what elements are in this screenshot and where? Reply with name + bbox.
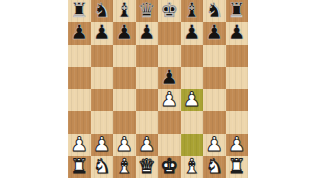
- square-c4[interactable]: [113, 89, 136, 111]
- piece-black-knight[interactable]: ♞: [93, 0, 111, 20]
- square-g3[interactable]: [203, 111, 226, 133]
- square-d4[interactable]: [136, 89, 159, 111]
- piece-white-pawn[interactable]: ♟: [183, 89, 201, 109]
- square-e7[interactable]: [158, 22, 181, 44]
- square-b5[interactable]: [91, 67, 114, 89]
- piece-black-pawn[interactable]: ♟: [160, 67, 178, 87]
- piece-white-pawn[interactable]: ♟: [160, 89, 178, 109]
- piece-white-knight[interactable]: ♞: [93, 156, 111, 176]
- piece-black-pawn[interactable]: ♟: [70, 22, 88, 42]
- square-a5[interactable]: [68, 67, 91, 89]
- square-e2[interactable]: [158, 134, 181, 156]
- square-a4[interactable]: [68, 89, 91, 111]
- piece-black-pawn[interactable]: ♟: [228, 22, 246, 42]
- piece-black-king[interactable]: ♚: [160, 0, 178, 20]
- piece-white-pawn[interactable]: ♟: [205, 134, 223, 154]
- square-d6[interactable]: [136, 45, 159, 67]
- square-h1[interactable]: ♜: [226, 156, 249, 178]
- piece-black-pawn[interactable]: ♟: [205, 22, 223, 42]
- square-h2[interactable]: ♟: [226, 134, 249, 156]
- square-d8[interactable]: ♛: [136, 0, 159, 22]
- square-c3[interactable]: [113, 111, 136, 133]
- square-e8[interactable]: ♚: [158, 0, 181, 22]
- square-e6[interactable]: [158, 45, 181, 67]
- square-h5[interactable]: [226, 67, 249, 89]
- square-a3[interactable]: [68, 111, 91, 133]
- square-f3[interactable]: [181, 111, 204, 133]
- piece-black-knight[interactable]: ♞: [205, 0, 223, 20]
- square-b3[interactable]: [91, 111, 114, 133]
- square-h3[interactable]: [226, 111, 249, 133]
- square-f1[interactable]: ♝: [181, 156, 204, 178]
- square-g4[interactable]: [203, 89, 226, 111]
- square-c7[interactable]: ♟: [113, 22, 136, 44]
- square-a7[interactable]: ♟: [68, 22, 91, 44]
- square-e4[interactable]: ♟: [158, 89, 181, 111]
- piece-black-bishop[interactable]: ♝: [183, 0, 201, 20]
- square-a2[interactable]: ♟: [68, 134, 91, 156]
- square-c8[interactable]: ♝: [113, 0, 136, 22]
- square-b1[interactable]: ♞: [91, 156, 114, 178]
- piece-black-pawn[interactable]: ♟: [115, 22, 133, 42]
- piece-white-bishop[interactable]: ♝: [183, 156, 201, 176]
- piece-black-pawn[interactable]: ♟: [138, 22, 156, 42]
- square-f8[interactable]: ♝: [181, 0, 204, 22]
- square-d1[interactable]: ♛: [136, 156, 159, 178]
- square-f2[interactable]: [181, 134, 204, 156]
- square-d5[interactable]: [136, 67, 159, 89]
- piece-white-knight[interactable]: ♞: [205, 156, 223, 176]
- square-d2[interactable]: ♟: [136, 134, 159, 156]
- piece-black-queen[interactable]: ♛: [138, 0, 156, 20]
- square-e5[interactable]: ♟: [158, 67, 181, 89]
- square-a1[interactable]: ♜: [68, 156, 91, 178]
- square-h8[interactable]: ♜: [226, 0, 249, 22]
- square-e3[interactable]: [158, 111, 181, 133]
- square-h6[interactable]: [226, 45, 249, 67]
- square-g2[interactable]: ♟: [203, 134, 226, 156]
- square-f4[interactable]: ♟: [181, 89, 204, 111]
- square-c2[interactable]: ♟: [113, 134, 136, 156]
- piece-white-pawn[interactable]: ♟: [93, 134, 111, 154]
- piece-white-pawn[interactable]: ♟: [138, 134, 156, 154]
- square-f6[interactable]: [181, 45, 204, 67]
- square-h4[interactable]: [226, 89, 249, 111]
- square-c6[interactable]: [113, 45, 136, 67]
- square-c5[interactable]: [113, 67, 136, 89]
- square-h7[interactable]: ♟: [226, 22, 249, 44]
- piece-black-pawn[interactable]: ♟: [93, 22, 111, 42]
- square-g1[interactable]: ♞: [203, 156, 226, 178]
- piece-white-pawn[interactable]: ♟: [70, 134, 88, 154]
- square-b7[interactable]: ♟: [91, 22, 114, 44]
- square-b2[interactable]: ♟: [91, 134, 114, 156]
- piece-black-pawn[interactable]: ♟: [183, 22, 201, 42]
- square-g6[interactable]: [203, 45, 226, 67]
- square-g7[interactable]: ♟: [203, 22, 226, 44]
- square-d7[interactable]: ♟: [136, 22, 159, 44]
- piece-black-rook[interactable]: ♜: [70, 0, 88, 20]
- piece-white-pawn[interactable]: ♟: [228, 134, 246, 154]
- chess-board: ♜♞♝♛♚♝♞♜♟♟♟♟♟♟♟♟♟♟♟♟♟♟♟♟♜♞♝♛♚♝♞♜: [68, 0, 248, 178]
- piece-black-rook[interactable]: ♜: [228, 0, 246, 20]
- piece-white-bishop[interactable]: ♝: [115, 156, 133, 176]
- square-e1[interactable]: ♚: [158, 156, 181, 178]
- square-a8[interactable]: ♜: [68, 0, 91, 22]
- piece-black-bishop[interactable]: ♝: [115, 0, 133, 20]
- piece-white-king[interactable]: ♚: [160, 156, 178, 176]
- square-g8[interactable]: ♞: [203, 0, 226, 22]
- square-b4[interactable]: [91, 89, 114, 111]
- square-a6[interactable]: [68, 45, 91, 67]
- square-b6[interactable]: [91, 45, 114, 67]
- page-background: ♜♞♝♛♚♝♞♜♟♟♟♟♟♟♟♟♟♟♟♟♟♟♟♟♜♞♝♛♚♝♞♜: [0, 0, 320, 180]
- square-f5[interactable]: [181, 67, 204, 89]
- piece-white-pawn[interactable]: ♟: [115, 134, 133, 154]
- square-d3[interactable]: [136, 111, 159, 133]
- piece-white-rook[interactable]: ♜: [228, 156, 246, 176]
- piece-white-rook[interactable]: ♜: [70, 156, 88, 176]
- square-c1[interactable]: ♝: [113, 156, 136, 178]
- square-b8[interactable]: ♞: [91, 0, 114, 22]
- square-f7[interactable]: ♟: [181, 22, 204, 44]
- square-g5[interactable]: [203, 67, 226, 89]
- piece-white-queen[interactable]: ♛: [138, 156, 156, 176]
